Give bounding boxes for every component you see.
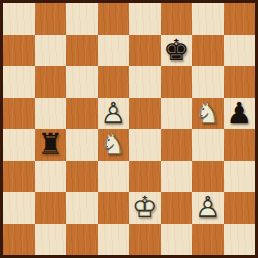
- square-g8[interactable]: [192, 3, 224, 35]
- square-a4[interactable]: [3, 129, 35, 161]
- square-e5[interactable]: [129, 98, 161, 130]
- square-d2[interactable]: [98, 192, 130, 224]
- square-h2[interactable]: [224, 192, 256, 224]
- square-h5[interactable]: ♟: [224, 98, 256, 130]
- square-a3[interactable]: [3, 161, 35, 193]
- square-a1[interactable]: [3, 224, 35, 256]
- square-e7[interactable]: [129, 35, 161, 67]
- square-g6[interactable]: [192, 66, 224, 98]
- square-g4[interactable]: [192, 129, 224, 161]
- square-c8[interactable]: [66, 3, 98, 35]
- chess-board: ♚♟♙♞♘♟♜♞♘♚♔♟♙: [0, 0, 258, 258]
- square-b7[interactable]: [35, 35, 67, 67]
- square-c3[interactable]: [66, 161, 98, 193]
- white-knight-outline: ♘: [192, 98, 224, 130]
- square-h3[interactable]: [224, 161, 256, 193]
- square-f7[interactable]: ♚: [161, 35, 193, 67]
- square-h1[interactable]: [224, 224, 256, 256]
- white-pawn-outline: ♙: [192, 192, 224, 224]
- square-b8[interactable]: [35, 3, 67, 35]
- white-king-outline: ♔: [129, 192, 161, 224]
- white-pawn: ♟: [192, 192, 224, 224]
- square-g3[interactable]: [192, 161, 224, 193]
- square-a6[interactable]: [3, 66, 35, 98]
- white-knight-outline: ♘: [98, 129, 130, 161]
- square-b1[interactable]: [35, 224, 67, 256]
- square-c1[interactable]: [66, 224, 98, 256]
- black-pawn: ♟: [224, 98, 256, 130]
- chess-board-grid: ♚♟♙♞♘♟♜♞♘♚♔♟♙: [3, 3, 255, 255]
- white-pawn: ♟: [98, 98, 130, 130]
- square-h4[interactable]: [224, 129, 256, 161]
- square-e2[interactable]: ♚♔: [129, 192, 161, 224]
- square-g1[interactable]: [192, 224, 224, 256]
- square-g7[interactable]: [192, 35, 224, 67]
- square-g5[interactable]: ♞♘: [192, 98, 224, 130]
- square-f3[interactable]: [161, 161, 193, 193]
- white-king: ♚: [129, 192, 161, 224]
- square-b5[interactable]: [35, 98, 67, 130]
- square-c6[interactable]: [66, 66, 98, 98]
- square-e6[interactable]: [129, 66, 161, 98]
- square-d3[interactable]: [98, 161, 130, 193]
- square-b6[interactable]: [35, 66, 67, 98]
- square-g2[interactable]: ♟♙: [192, 192, 224, 224]
- square-a5[interactable]: [3, 98, 35, 130]
- square-h7[interactable]: [224, 35, 256, 67]
- square-e1[interactable]: [129, 224, 161, 256]
- square-e3[interactable]: [129, 161, 161, 193]
- square-d7[interactable]: [98, 35, 130, 67]
- square-c4[interactable]: [66, 129, 98, 161]
- square-c7[interactable]: [66, 35, 98, 67]
- square-e4[interactable]: [129, 129, 161, 161]
- square-f6[interactable]: [161, 66, 193, 98]
- square-a7[interactable]: [3, 35, 35, 67]
- black-king: ♚: [161, 35, 193, 67]
- square-b2[interactable]: [35, 192, 67, 224]
- white-pawn-outline: ♙: [98, 98, 130, 130]
- white-knight: ♞: [192, 98, 224, 130]
- square-d8[interactable]: [98, 3, 130, 35]
- square-b4[interactable]: ♜: [35, 129, 67, 161]
- white-knight: ♞: [98, 129, 130, 161]
- square-a8[interactable]: [3, 3, 35, 35]
- black-rook: ♜: [35, 129, 67, 161]
- square-c2[interactable]: [66, 192, 98, 224]
- square-f2[interactable]: [161, 192, 193, 224]
- square-f5[interactable]: [161, 98, 193, 130]
- square-c5[interactable]: [66, 98, 98, 130]
- square-d1[interactable]: [98, 224, 130, 256]
- square-d4[interactable]: ♞♘: [98, 129, 130, 161]
- square-f4[interactable]: [161, 129, 193, 161]
- square-f8[interactable]: [161, 3, 193, 35]
- square-d5[interactable]: ♟♙: [98, 98, 130, 130]
- square-d6[interactable]: [98, 66, 130, 98]
- square-b3[interactable]: [35, 161, 67, 193]
- square-h8[interactable]: [224, 3, 256, 35]
- square-a2[interactable]: [3, 192, 35, 224]
- square-e8[interactable]: [129, 3, 161, 35]
- square-h6[interactable]: [224, 66, 256, 98]
- square-f1[interactable]: [161, 224, 193, 256]
